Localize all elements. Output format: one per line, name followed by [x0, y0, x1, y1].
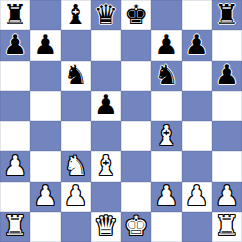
piece-white-rook[interactable]: ♜ — [3, 212, 27, 239]
square-g6[interactable] — [182, 61, 212, 91]
square-h4[interactable] — [212, 121, 242, 151]
square-b5[interactable] — [30, 91, 60, 121]
square-f8[interactable] — [151, 0, 181, 30]
piece-white-rook[interactable]: ♜ — [215, 212, 239, 239]
square-g8[interactable] — [182, 0, 212, 30]
square-f3[interactable] — [151, 151, 181, 181]
square-d4[interactable] — [91, 121, 121, 151]
chess-board: ♜♝♛♚♜♟♟♟♟♞♞♟♟♝♟♞♝♟♟♟♟♟♜♛♚♜ — [0, 0, 242, 242]
square-a6[interactable] — [0, 61, 30, 91]
square-c8[interactable]: ♝ — [61, 0, 91, 30]
square-f5[interactable] — [151, 91, 181, 121]
square-d7[interactable] — [91, 30, 121, 60]
square-d8[interactable]: ♛ — [91, 0, 121, 30]
piece-white-pawn[interactable]: ♟ — [185, 182, 209, 209]
piece-black-pawn[interactable]: ♟ — [94, 91, 118, 118]
piece-black-rook[interactable]: ♜ — [3, 1, 27, 28]
piece-white-bishop[interactable]: ♝ — [154, 122, 178, 149]
piece-white-pawn[interactable]: ♟ — [64, 182, 88, 209]
square-c4[interactable] — [61, 121, 91, 151]
square-e4[interactable] — [121, 121, 151, 151]
square-c6[interactable]: ♞ — [61, 61, 91, 91]
piece-black-pawn[interactable]: ♟ — [185, 31, 209, 58]
piece-black-knight[interactable]: ♞ — [154, 61, 178, 88]
square-a4[interactable] — [0, 121, 30, 151]
square-a7[interactable]: ♟ — [0, 30, 30, 60]
square-d6[interactable] — [91, 61, 121, 91]
piece-white-pawn[interactable]: ♟ — [215, 182, 239, 209]
square-d1[interactable]: ♛ — [91, 212, 121, 242]
square-e2[interactable] — [121, 182, 151, 212]
square-b4[interactable] — [30, 121, 60, 151]
square-c2[interactable]: ♟ — [61, 182, 91, 212]
square-c1[interactable] — [61, 212, 91, 242]
piece-black-king[interactable]: ♚ — [124, 1, 148, 28]
piece-black-queen[interactable]: ♛ — [94, 1, 118, 28]
square-h1[interactable]: ♜ — [212, 212, 242, 242]
square-b2[interactable]: ♟ — [30, 182, 60, 212]
square-d5[interactable]: ♟ — [91, 91, 121, 121]
square-h6[interactable]: ♟ — [212, 61, 242, 91]
square-e3[interactable] — [121, 151, 151, 181]
square-g7[interactable]: ♟ — [182, 30, 212, 60]
piece-black-rook[interactable]: ♜ — [215, 1, 239, 28]
square-a2[interactable] — [0, 182, 30, 212]
square-f7[interactable]: ♟ — [151, 30, 181, 60]
piece-white-knight[interactable]: ♞ — [64, 152, 88, 179]
square-f6[interactable]: ♞ — [151, 61, 181, 91]
piece-white-queen[interactable]: ♛ — [94, 212, 118, 239]
piece-black-pawn[interactable]: ♟ — [3, 31, 27, 58]
piece-white-king[interactable]: ♚ — [124, 212, 148, 239]
square-c3[interactable]: ♞ — [61, 151, 91, 181]
piece-white-bishop[interactable]: ♝ — [94, 152, 118, 179]
square-e8[interactable]: ♚ — [121, 0, 151, 30]
square-b7[interactable]: ♟ — [30, 30, 60, 60]
piece-black-pawn[interactable]: ♟ — [33, 31, 57, 58]
piece-white-pawn[interactable]: ♟ — [33, 182, 57, 209]
piece-black-knight[interactable]: ♞ — [64, 61, 88, 88]
square-h7[interactable] — [212, 30, 242, 60]
square-b3[interactable] — [30, 151, 60, 181]
square-e5[interactable] — [121, 91, 151, 121]
square-a8[interactable]: ♜ — [0, 0, 30, 30]
square-g4[interactable] — [182, 121, 212, 151]
square-c7[interactable] — [61, 30, 91, 60]
square-f4[interactable]: ♝ — [151, 121, 181, 151]
square-f1[interactable] — [151, 212, 181, 242]
square-f2[interactable]: ♟ — [151, 182, 181, 212]
square-e7[interactable] — [121, 30, 151, 60]
square-e1[interactable]: ♚ — [121, 212, 151, 242]
piece-black-pawn[interactable]: ♟ — [154, 31, 178, 58]
square-b1[interactable] — [30, 212, 60, 242]
square-c5[interactable] — [61, 91, 91, 121]
square-h3[interactable] — [212, 151, 242, 181]
square-d3[interactable]: ♝ — [91, 151, 121, 181]
square-e6[interactable] — [121, 61, 151, 91]
piece-black-bishop[interactable]: ♝ — [64, 1, 88, 28]
square-h2[interactable]: ♟ — [212, 182, 242, 212]
square-a1[interactable]: ♜ — [0, 212, 30, 242]
square-b6[interactable] — [30, 61, 60, 91]
square-g3[interactable] — [182, 151, 212, 181]
piece-white-pawn[interactable]: ♟ — [154, 182, 178, 209]
piece-white-pawn[interactable]: ♟ — [3, 152, 27, 179]
square-b8[interactable] — [30, 0, 60, 30]
square-g2[interactable]: ♟ — [182, 182, 212, 212]
square-h8[interactable]: ♜ — [212, 0, 242, 30]
square-a5[interactable] — [0, 91, 30, 121]
piece-black-pawn[interactable]: ♟ — [215, 61, 239, 88]
square-g1[interactable] — [182, 212, 212, 242]
square-g5[interactable] — [182, 91, 212, 121]
square-a3[interactable]: ♟ — [0, 151, 30, 181]
square-h5[interactable] — [212, 91, 242, 121]
square-d2[interactable] — [91, 182, 121, 212]
